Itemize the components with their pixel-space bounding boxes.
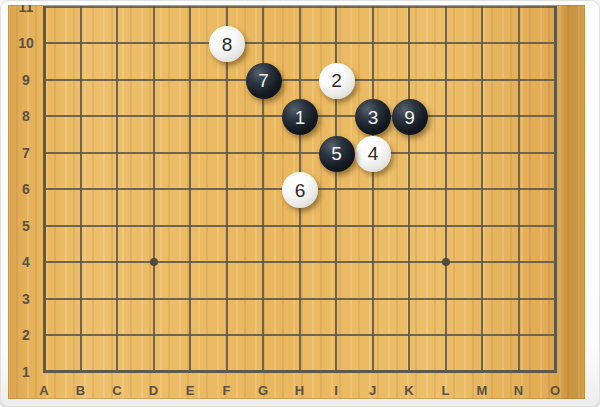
column-label: N bbox=[507, 382, 531, 398]
stone-move-9[interactable]: 9 bbox=[392, 99, 428, 135]
column-label: A bbox=[32, 382, 56, 398]
stone-move-4[interactable]: 4 bbox=[355, 136, 391, 172]
row-label: 7 bbox=[13, 143, 39, 163]
row-label: 1 bbox=[13, 362, 39, 382]
grid-line-horizontal bbox=[43, 298, 557, 300]
star-point bbox=[150, 258, 158, 266]
column-label: L bbox=[434, 382, 458, 398]
row-label: 9 bbox=[13, 70, 39, 90]
grid-line-horizontal bbox=[43, 261, 557, 263]
row-label: 10 bbox=[13, 33, 39, 53]
grid-line-horizontal bbox=[43, 6, 557, 8]
grid-line-horizontal bbox=[43, 370, 557, 373]
grid-line-horizontal bbox=[43, 334, 557, 336]
goban[interactable]: ABCDEFGHIJKLMNO1110987654321123456789 bbox=[8, 5, 585, 399]
row-label: 4 bbox=[13, 252, 39, 272]
column-label: E bbox=[178, 382, 202, 398]
row-label: 5 bbox=[13, 216, 39, 236]
column-label: J bbox=[361, 382, 385, 398]
row-label: 3 bbox=[13, 289, 39, 309]
grid-line-horizontal bbox=[43, 152, 557, 154]
column-label: F bbox=[215, 382, 239, 398]
stone-move-8[interactable]: 8 bbox=[209, 26, 245, 62]
star-point bbox=[442, 258, 450, 266]
column-label: D bbox=[142, 382, 166, 398]
grid-line-horizontal bbox=[43, 225, 557, 227]
grid-line-horizontal bbox=[43, 79, 557, 81]
stone-move-1[interactable]: 1 bbox=[282, 99, 318, 135]
stone-move-5[interactable]: 5 bbox=[319, 136, 355, 172]
column-label: G bbox=[251, 382, 275, 398]
row-label: 6 bbox=[13, 179, 39, 199]
stone-move-7[interactable]: 7 bbox=[246, 63, 282, 99]
column-label: O bbox=[543, 382, 567, 398]
row-label: 8 bbox=[13, 106, 39, 126]
column-label: M bbox=[470, 382, 494, 398]
column-label: K bbox=[397, 382, 421, 398]
stone-move-6[interactable]: 6 bbox=[282, 172, 318, 208]
grid-line-horizontal bbox=[43, 42, 557, 44]
column-label: C bbox=[105, 382, 129, 398]
stone-move-3[interactable]: 3 bbox=[355, 99, 391, 135]
column-label: H bbox=[288, 382, 312, 398]
column-label: I bbox=[324, 382, 348, 398]
row-label: 11 bbox=[13, 5, 39, 17]
board-frame: ABCDEFGHIJKLMNO1110987654321123456789 bbox=[0, 0, 600, 407]
stone-move-2[interactable]: 2 bbox=[319, 63, 355, 99]
row-label: 2 bbox=[13, 325, 39, 345]
column-label: B bbox=[69, 382, 93, 398]
